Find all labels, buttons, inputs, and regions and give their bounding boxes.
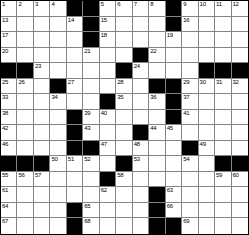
cell-r7c12[interactable]: 37 xyxy=(182,94,198,110)
cell-r1c4[interactable]: 4 xyxy=(50,1,66,17)
cell-r12c1[interactable]: 55 xyxy=(1,172,17,188)
cell-r6c1[interactable]: 25 xyxy=(1,79,17,95)
clue-number: 2 xyxy=(18,1,21,8)
black-cell-r2c6 xyxy=(83,17,99,33)
cell-r8c7[interactable]: 40 xyxy=(100,110,116,126)
cell-r5c6[interactable] xyxy=(83,63,99,79)
black-cell-r15c11 xyxy=(166,218,182,234)
cell-r6c7[interactable] xyxy=(100,79,116,95)
cell-r1c2[interactable]: 2 xyxy=(17,1,33,17)
black-cell-r11c2 xyxy=(17,156,33,172)
cell-r15c1[interactable]: 67 xyxy=(1,218,17,234)
clue-number: 58 xyxy=(117,172,123,179)
cell-r15c6[interactable]: 68 xyxy=(83,218,99,234)
cell-r11c7[interactable] xyxy=(100,156,116,172)
cell-r12c9[interactable] xyxy=(133,172,149,188)
cell-r14c15[interactable] xyxy=(232,203,248,219)
black-cell-r6c10 xyxy=(149,79,165,95)
clue-number: 10 xyxy=(200,1,206,8)
cell-r15c2[interactable] xyxy=(17,218,33,234)
clue-number: 12 xyxy=(233,1,239,8)
cell-r6c12[interactable]: 29 xyxy=(182,79,198,95)
cell-r10c2[interactable] xyxy=(17,141,33,157)
cell-r7c2[interactable] xyxy=(17,94,33,110)
cell-r11c9[interactable]: 53 xyxy=(133,156,149,172)
cell-r6c3[interactable] xyxy=(34,79,50,95)
cell-r13c7[interactable]: 62 xyxy=(100,187,116,203)
cell-r10c11[interactable] xyxy=(166,141,182,157)
clue-number: 62 xyxy=(101,187,107,194)
cell-r5c5[interactable] xyxy=(67,63,83,79)
cell-r4c8[interactable] xyxy=(116,48,132,64)
black-cell-r5c14 xyxy=(215,63,231,79)
cell-r12c11[interactable] xyxy=(166,172,182,188)
black-cell-r1c11 xyxy=(166,1,182,17)
clue-number: 3 xyxy=(35,1,38,8)
cell-r3c7[interactable]: 18 xyxy=(100,32,116,48)
clue-number: 30 xyxy=(200,79,206,86)
cell-r8c14[interactable] xyxy=(215,110,231,126)
cell-r1c10[interactable]: 8 xyxy=(149,1,165,17)
black-cell-r14c5 xyxy=(67,203,83,219)
clue-number: 53 xyxy=(134,156,140,163)
black-cell-r5c15 xyxy=(232,63,248,79)
cell-r4c1[interactable]: 20 xyxy=(1,48,17,64)
cell-r3c12[interactable] xyxy=(182,32,198,48)
cell-r6c13[interactable]: 30 xyxy=(199,79,215,95)
clue-number: 32 xyxy=(233,79,239,86)
black-cell-r11c14 xyxy=(215,156,231,172)
cell-r1c14[interactable]: 11 xyxy=(215,1,231,17)
black-cell-r8c5 xyxy=(67,110,83,126)
cell-r2c7[interactable]: 15 xyxy=(100,17,116,33)
clue-number: 27 xyxy=(68,79,74,86)
cell-r14c2[interactable] xyxy=(17,203,33,219)
cell-r10c15[interactable] xyxy=(232,141,248,157)
cell-r3c4[interactable] xyxy=(50,32,66,48)
cell-r14c9[interactable] xyxy=(133,203,149,219)
clue-number: 20 xyxy=(2,48,8,55)
cell-r7c15[interactable] xyxy=(232,94,248,110)
cell-r7c10[interactable]: 36 xyxy=(149,94,165,110)
clue-number: 38 xyxy=(2,110,8,117)
cell-r9c3[interactable] xyxy=(34,125,50,141)
cell-r9c4[interactable] xyxy=(50,125,66,141)
cell-r2c2[interactable] xyxy=(17,17,33,33)
cell-r11c10[interactable] xyxy=(149,156,165,172)
cell-r14c11[interactable]: 66 xyxy=(166,203,182,219)
cell-r14c4[interactable] xyxy=(50,203,66,219)
cell-r4c7[interactable] xyxy=(100,48,116,64)
cell-r2c13[interactable] xyxy=(199,17,215,33)
cell-r6c2[interactable]: 26 xyxy=(17,79,33,95)
clue-number: 34 xyxy=(51,94,57,101)
clue-number: 60 xyxy=(233,172,239,179)
cell-r10c13[interactable]: 49 xyxy=(199,141,215,157)
cell-r12c3[interactable]: 57 xyxy=(34,172,50,188)
clue-number: 42 xyxy=(2,125,8,132)
cell-r1c9[interactable]: 7 xyxy=(133,1,149,17)
clue-number: 26 xyxy=(18,79,24,86)
clue-number: 47 xyxy=(101,141,107,148)
cell-r12c14[interactable]: 59 xyxy=(215,172,231,188)
black-cell-r1c6 xyxy=(83,1,99,17)
cell-r3c15[interactable] xyxy=(232,32,248,48)
cell-r9c2[interactable] xyxy=(17,125,33,141)
black-cell-r5c8 xyxy=(116,63,132,79)
cell-r3c8[interactable] xyxy=(116,32,132,48)
clue-number: 29 xyxy=(183,79,189,86)
clue-number: 41 xyxy=(183,110,189,117)
cell-r13c15[interactable] xyxy=(232,187,248,203)
crossword-grid: 1234567891011121314151617181920212223242… xyxy=(0,0,249,235)
black-cell-r4c9 xyxy=(133,48,149,64)
cell-r11c13[interactable] xyxy=(199,156,215,172)
cell-r6c14[interactable]: 31 xyxy=(215,79,231,95)
cell-r13c13[interactable] xyxy=(199,187,215,203)
cell-r5c11[interactable] xyxy=(166,63,182,79)
cell-r5c9[interactable]: 24 xyxy=(133,63,149,79)
clue-number: 35 xyxy=(117,94,123,101)
cell-r2c12[interactable]: 16 xyxy=(182,17,198,33)
cell-r2c3[interactable] xyxy=(34,17,50,33)
cell-r12c5[interactable] xyxy=(67,172,83,188)
clue-number: 11 xyxy=(216,1,222,8)
cell-r10c14[interactable] xyxy=(215,141,231,157)
cell-r14c8[interactable] xyxy=(116,203,132,219)
black-cell-r10c6 xyxy=(83,141,99,157)
cell-r1c3[interactable]: 3 xyxy=(34,1,50,17)
cell-r13c12[interactable] xyxy=(182,187,198,203)
clue-number: 54 xyxy=(183,156,189,163)
cell-r14c14[interactable] xyxy=(215,203,231,219)
cell-r8c8[interactable] xyxy=(116,110,132,126)
cell-r7c1[interactable]: 33 xyxy=(1,94,17,110)
cell-r3c13[interactable] xyxy=(199,32,215,48)
black-cell-r5c2 xyxy=(17,63,33,79)
cell-r9c8[interactable] xyxy=(116,125,132,141)
cell-r8c2[interactable] xyxy=(17,110,33,126)
black-cell-r13c10 xyxy=(149,187,165,203)
cell-r9c12[interactable] xyxy=(182,125,198,141)
clue-number: 5 xyxy=(101,1,104,8)
black-cell-r11c15 xyxy=(232,156,248,172)
clue-number: 52 xyxy=(84,156,90,163)
clue-number: 33 xyxy=(2,94,8,101)
cell-r8c9[interactable] xyxy=(133,110,149,126)
clue-number: 15 xyxy=(101,17,107,24)
cell-r1c15[interactable]: 12 xyxy=(232,1,248,17)
clue-number: 4 xyxy=(51,1,54,8)
black-cell-r5c13 xyxy=(199,63,215,79)
cell-r3c14[interactable] xyxy=(215,32,231,48)
cell-r9c15[interactable] xyxy=(232,125,248,141)
cell-r13c14[interactable] xyxy=(215,187,231,203)
clue-number: 37 xyxy=(183,94,189,101)
cell-r13c5[interactable] xyxy=(67,187,83,203)
cell-r5c7[interactable] xyxy=(100,63,116,79)
cell-r2c10[interactable] xyxy=(149,17,165,33)
cell-r4c6[interactable]: 21 xyxy=(83,48,99,64)
cell-r5c12[interactable] xyxy=(182,63,198,79)
clue-number: 59 xyxy=(216,172,222,179)
clue-number: 50 xyxy=(51,156,57,163)
cell-r11c4[interactable]: 50 xyxy=(50,156,66,172)
black-cell-r8c11 xyxy=(166,110,182,126)
clue-number: 61 xyxy=(2,187,8,194)
cell-r10c7[interactable]: 47 xyxy=(100,141,116,157)
cell-r8c13[interactable] xyxy=(199,110,215,126)
cell-r8c12[interactable]: 41 xyxy=(182,110,198,126)
clue-number: 21 xyxy=(84,48,90,55)
clue-number: 69 xyxy=(183,218,189,225)
cell-r12c15[interactable]: 60 xyxy=(232,172,248,188)
cell-r1c8[interactable]: 6 xyxy=(116,1,132,17)
cell-r13c4[interactable] xyxy=(50,187,66,203)
cell-r14c1[interactable]: 64 xyxy=(1,203,17,219)
cell-r4c2[interactable] xyxy=(17,48,33,64)
cell-r3c3[interactable] xyxy=(34,32,50,48)
cell-r3c5[interactable] xyxy=(67,32,83,48)
cell-r15c9[interactable] xyxy=(133,218,149,234)
black-cell-r11c3 xyxy=(34,156,50,172)
cell-r4c11[interactable] xyxy=(166,48,182,64)
cell-r10c1[interactable]: 46 xyxy=(1,141,17,157)
black-cell-r7c7 xyxy=(100,94,116,110)
cell-r7c4[interactable]: 34 xyxy=(50,94,66,110)
clue-number: 55 xyxy=(2,172,8,179)
cell-r8c6[interactable]: 39 xyxy=(83,110,99,126)
clue-number: 49 xyxy=(200,141,206,148)
black-cell-r12c7 xyxy=(100,172,116,188)
clue-number: 28 xyxy=(117,79,123,86)
cell-r1c1[interactable]: 1 xyxy=(1,1,17,17)
clue-number: 14 xyxy=(68,17,74,24)
cell-r6c5[interactable]: 27 xyxy=(67,79,83,95)
cell-r6c8[interactable]: 28 xyxy=(116,79,132,95)
cell-r3c1[interactable]: 17 xyxy=(1,32,17,48)
clue-number: 48 xyxy=(134,141,140,148)
cell-r1c12[interactable]: 9 xyxy=(182,1,198,17)
cell-r15c15[interactable] xyxy=(232,218,248,234)
clue-number: 68 xyxy=(84,218,90,225)
cell-r2c9[interactable] xyxy=(133,17,149,33)
clue-number: 25 xyxy=(2,79,8,86)
clue-number: 6 xyxy=(117,1,120,8)
clue-number: 13 xyxy=(2,17,8,24)
cell-r7c14[interactable] xyxy=(215,94,231,110)
black-cell-r6c4 xyxy=(50,79,66,95)
black-cell-r11c1 xyxy=(1,156,17,172)
cell-r7c3[interactable] xyxy=(34,94,50,110)
clue-number: 43 xyxy=(84,125,90,132)
cell-r2c15[interactable] xyxy=(232,17,248,33)
cell-r7c6[interactable] xyxy=(83,94,99,110)
cell-r1c7[interactable]: 5 xyxy=(100,1,116,17)
cell-r8c15[interactable] xyxy=(232,110,248,126)
cell-r12c13[interactable] xyxy=(199,172,215,188)
cell-r11c5[interactable]: 51 xyxy=(67,156,83,172)
clue-number: 44 xyxy=(150,125,156,132)
cell-r5c4[interactable] xyxy=(50,63,66,79)
cell-r2c8[interactable] xyxy=(116,17,132,33)
black-cell-r9c5 xyxy=(67,125,83,141)
cell-r4c4[interactable] xyxy=(50,48,66,64)
cell-r11c11[interactable] xyxy=(166,156,182,172)
black-cell-r14c10 xyxy=(149,203,165,219)
cell-r9c6[interactable]: 43 xyxy=(83,125,99,141)
cell-r3c10[interactable] xyxy=(149,32,165,48)
black-cell-r9c9 xyxy=(133,125,149,141)
cell-r4c14[interactable] xyxy=(215,48,231,64)
cell-r1c13[interactable]: 10 xyxy=(199,1,215,17)
cell-r10c9[interactable]: 48 xyxy=(133,141,149,157)
black-cell-r15c10 xyxy=(149,218,165,234)
cell-r2c1[interactable]: 13 xyxy=(1,17,17,33)
clue-number: 16 xyxy=(183,17,189,24)
clue-number: 9 xyxy=(183,1,186,8)
cell-r12c6[interactable] xyxy=(83,172,99,188)
cell-r14c12[interactable] xyxy=(182,203,198,219)
cell-r8c3[interactable] xyxy=(34,110,50,126)
clue-number: 56 xyxy=(18,172,24,179)
cell-r6c6[interactable] xyxy=(83,79,99,95)
cell-r9c11[interactable]: 45 xyxy=(166,125,182,141)
cell-r13c2[interactable] xyxy=(17,187,33,203)
cell-r4c5[interactable] xyxy=(67,48,83,64)
clue-number: 18 xyxy=(101,32,107,39)
clue-number: 67 xyxy=(2,218,8,225)
clue-number: 24 xyxy=(134,63,140,70)
cell-r4c3[interactable] xyxy=(34,48,50,64)
clue-number: 65 xyxy=(84,203,90,210)
clue-number: 40 xyxy=(101,110,107,117)
cell-r14c6[interactable]: 65 xyxy=(83,203,99,219)
cell-r4c15[interactable] xyxy=(232,48,248,64)
cell-r15c8[interactable] xyxy=(116,218,132,234)
cell-r15c14[interactable] xyxy=(215,218,231,234)
clue-number: 17 xyxy=(2,32,8,39)
cell-r15c13[interactable] xyxy=(199,218,215,234)
black-cell-r1c5 xyxy=(67,1,83,17)
cell-r8c4[interactable] xyxy=(50,110,66,126)
black-cell-r10c5 xyxy=(67,141,83,157)
cell-r13c8[interactable] xyxy=(116,187,132,203)
cell-r15c4[interactable] xyxy=(50,218,66,234)
cell-r13c1[interactable]: 61 xyxy=(1,187,17,203)
clue-number: 39 xyxy=(84,110,90,117)
clue-number: 36 xyxy=(150,94,156,101)
black-cell-r5c1 xyxy=(1,63,17,79)
cell-r12c10[interactable] xyxy=(149,172,165,188)
cell-r2c14[interactable] xyxy=(215,17,231,33)
cell-r15c12[interactable]: 69 xyxy=(182,218,198,234)
clue-number: 64 xyxy=(2,203,8,210)
black-cell-r2c11 xyxy=(166,17,182,33)
cell-r3c2[interactable] xyxy=(17,32,33,48)
cell-r10c4[interactable] xyxy=(50,141,66,157)
black-cell-r6c11 xyxy=(166,79,182,95)
cell-r2c5[interactable]: 14 xyxy=(67,17,83,33)
clue-number: 1 xyxy=(2,1,5,8)
cell-r15c3[interactable] xyxy=(34,218,50,234)
cell-r6c9[interactable] xyxy=(133,79,149,95)
cell-r12c2[interactable]: 56 xyxy=(17,172,33,188)
cell-r4c13[interactable] xyxy=(199,48,215,64)
cell-r10c8[interactable] xyxy=(116,141,132,157)
black-cell-r3c6 xyxy=(83,32,99,48)
black-cell-r7c11 xyxy=(166,94,182,110)
cell-r9c1[interactable]: 42 xyxy=(1,125,17,141)
cell-r11c12[interactable]: 54 xyxy=(182,156,198,172)
clue-number: 57 xyxy=(35,172,41,179)
clue-number: 31 xyxy=(216,79,222,86)
cell-r10c3[interactable] xyxy=(34,141,50,157)
cell-r7c8[interactable]: 35 xyxy=(116,94,132,110)
clue-number: 63 xyxy=(167,187,173,194)
cell-r3c9[interactable] xyxy=(133,32,149,48)
cell-r14c7[interactable] xyxy=(100,203,116,219)
cell-r7c9[interactable] xyxy=(133,94,149,110)
cell-r4c10[interactable]: 22 xyxy=(149,48,165,64)
clue-number: 66 xyxy=(167,203,173,210)
cell-r6c15[interactable]: 32 xyxy=(232,79,248,95)
cell-r9c10[interactable]: 44 xyxy=(149,125,165,141)
cell-r14c13[interactable] xyxy=(199,203,215,219)
cell-r9c13[interactable] xyxy=(199,125,215,141)
cell-r9c7[interactable] xyxy=(100,125,116,141)
cell-r13c3[interactable] xyxy=(34,187,50,203)
clue-number: 23 xyxy=(35,63,41,70)
black-cell-r15c5 xyxy=(67,218,83,234)
clue-number: 45 xyxy=(167,125,173,132)
cell-r8c1[interactable]: 38 xyxy=(1,110,17,126)
cell-r7c5[interactable] xyxy=(67,94,83,110)
clue-number: 22 xyxy=(150,48,156,55)
cell-r15c7[interactable] xyxy=(100,218,116,234)
cell-r8c10[interactable] xyxy=(149,110,165,126)
cell-r5c10[interactable] xyxy=(149,63,165,79)
cell-r13c11[interactable]: 63 xyxy=(166,187,182,203)
cell-r9c14[interactable] xyxy=(215,125,231,141)
cell-r11c6[interactable]: 52 xyxy=(83,156,99,172)
cell-r4c12[interactable] xyxy=(182,48,198,64)
cell-r7c13[interactable] xyxy=(199,94,215,110)
cell-r13c6[interactable] xyxy=(83,187,99,203)
cell-r12c8[interactable]: 58 xyxy=(116,172,132,188)
cell-r2c4[interactable] xyxy=(50,17,66,33)
cell-r3c11[interactable]: 19 xyxy=(166,32,182,48)
black-cell-r10c12 xyxy=(182,141,198,157)
clue-number: 19 xyxy=(167,32,173,39)
clue-number: 51 xyxy=(68,156,74,163)
black-cell-r11c8 xyxy=(116,156,132,172)
cell-r14c3[interactable] xyxy=(34,203,50,219)
clue-number: 46 xyxy=(2,141,8,148)
cell-r12c4[interactable] xyxy=(50,172,66,188)
cell-r10c10[interactable] xyxy=(149,141,165,157)
clue-number: 8 xyxy=(150,1,153,8)
cell-r5c3[interactable]: 23 xyxy=(34,63,50,79)
cell-r12c12[interactable] xyxy=(182,172,198,188)
cell-r13c9[interactable] xyxy=(133,187,149,203)
clue-number: 7 xyxy=(134,1,137,8)
